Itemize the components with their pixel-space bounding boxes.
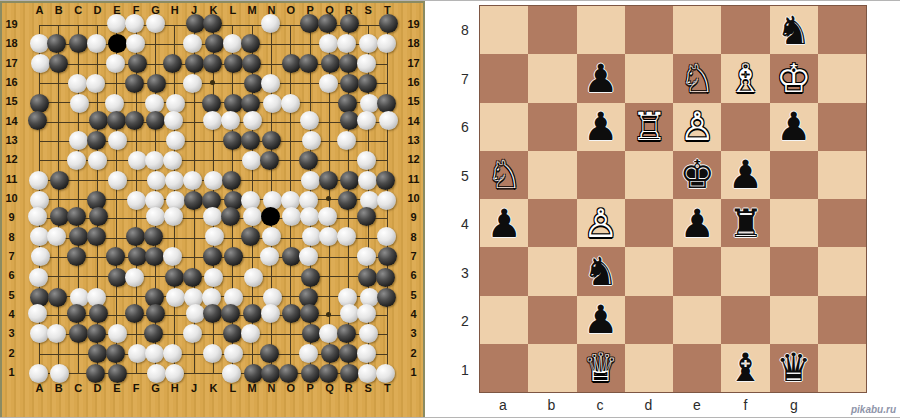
go-row-label: 6 bbox=[3, 269, 20, 282]
go-stone-white bbox=[163, 151, 182, 170]
chess-square-b3 bbox=[528, 247, 576, 295]
chess-board-panel: ♞♟♘♗♔♟♖♙♟♘♚♟♟♙♟♜♞♟♕♝♛ 87654321 abcdefg p… bbox=[425, 1, 900, 418]
chess-square-g3 bbox=[770, 247, 818, 295]
chess-piece-white-p: ♙ bbox=[583, 204, 618, 243]
chess-piece-black-k: ♚ bbox=[680, 155, 715, 194]
go-stone-white bbox=[300, 111, 319, 130]
star-point-icon bbox=[326, 196, 331, 201]
chess-square-d4 bbox=[625, 199, 673, 247]
go-stone-white bbox=[128, 344, 147, 363]
chess-piece-white-p: ♙ bbox=[680, 107, 715, 146]
go-row-label: 1 bbox=[3, 366, 20, 379]
go-stone-white bbox=[204, 171, 223, 190]
go-stone-white bbox=[357, 304, 376, 323]
go-stone-black bbox=[125, 74, 144, 93]
go-stone-black bbox=[282, 304, 301, 323]
go-stone-black bbox=[108, 268, 127, 287]
chess-square-h7 bbox=[818, 54, 866, 102]
go-stone-white bbox=[166, 288, 185, 307]
chess-square-d7 bbox=[625, 54, 673, 102]
go-stone-black bbox=[67, 207, 86, 226]
chess-square-e4: ♟ bbox=[673, 199, 721, 247]
chess-square-d5 bbox=[625, 151, 673, 199]
go-row-label: 5 bbox=[3, 289, 20, 302]
chess-file-label: c bbox=[576, 397, 624, 413]
chess-square-h4 bbox=[818, 199, 866, 247]
chess-piece-black-p: ♟ bbox=[680, 204, 715, 243]
go-stone-black bbox=[261, 364, 280, 383]
go-stone-black bbox=[107, 111, 126, 130]
go-stone-black bbox=[203, 14, 222, 33]
go-stone-black-marked bbox=[261, 207, 280, 226]
go-stone-white bbox=[203, 111, 222, 130]
go-stone-white bbox=[108, 171, 127, 190]
go-stone-white bbox=[87, 34, 106, 53]
chess-rank-label: 8 bbox=[455, 22, 475, 38]
chess-piece-black-p: ♟ bbox=[487, 204, 522, 243]
go-stone-white bbox=[340, 304, 359, 323]
go-stone-white bbox=[29, 268, 48, 287]
go-stone-black bbox=[163, 54, 182, 73]
chess-square-h6 bbox=[818, 103, 866, 151]
chess-file-label: d bbox=[625, 397, 673, 413]
go-stone-black bbox=[89, 111, 108, 130]
chess-rank-label: 7 bbox=[455, 71, 475, 87]
go-column-label: R bbox=[340, 382, 357, 395]
go-stone-white bbox=[146, 207, 165, 226]
go-stone-black bbox=[49, 54, 68, 73]
go-stone-white bbox=[163, 247, 182, 266]
go-column-label: M bbox=[244, 4, 261, 17]
chess-rank-label: 5 bbox=[455, 168, 475, 184]
chess-rank-label: 4 bbox=[455, 216, 475, 232]
go-stone-black bbox=[89, 207, 108, 226]
chess-square-g1: ♛ bbox=[770, 344, 818, 392]
go-stone-white bbox=[337, 131, 356, 150]
go-stone-white bbox=[282, 207, 301, 226]
go-stone-white bbox=[337, 227, 356, 246]
chess-piece-black-b: ♝ bbox=[728, 348, 763, 387]
go-stone-black bbox=[86, 364, 105, 383]
chess-square-c2: ♟ bbox=[577, 296, 625, 344]
go-stone-white bbox=[86, 74, 105, 93]
go-stone-black bbox=[241, 227, 260, 246]
go-stone-white bbox=[319, 324, 338, 343]
go-stone-black bbox=[224, 54, 243, 73]
go-stone-white bbox=[183, 74, 202, 93]
chess-square-a7 bbox=[480, 54, 528, 102]
go-stone-black bbox=[69, 34, 88, 53]
go-column-label: O bbox=[282, 4, 299, 17]
go-stone-black bbox=[321, 54, 340, 73]
chess-piece-black-p: ♟ bbox=[583, 107, 618, 146]
go-stone-white bbox=[359, 324, 378, 343]
go-stone-white bbox=[147, 364, 166, 383]
go-stone-black bbox=[318, 14, 337, 33]
chess-piece-black-p: ♟ bbox=[583, 59, 618, 98]
chess-square-a3 bbox=[480, 247, 528, 295]
go-stone-white bbox=[186, 304, 205, 323]
go-row-label: 18 bbox=[405, 37, 422, 50]
go-stone-black bbox=[300, 14, 319, 33]
go-stone-black bbox=[260, 344, 279, 363]
go-stone-black bbox=[224, 247, 243, 266]
go-column-label: K bbox=[205, 382, 222, 395]
go-stone-white bbox=[318, 207, 337, 226]
go-stone-black bbox=[146, 304, 165, 323]
chess-square-g8: ♞ bbox=[770, 6, 818, 54]
chess-board: ♞♟♘♗♔♟♖♙♟♘♚♟♟♙♟♜♞♟♕♝♛ bbox=[479, 5, 867, 393]
chess-square-a5: ♘ bbox=[480, 151, 528, 199]
go-row-label: 15 bbox=[405, 95, 422, 108]
go-stone-white bbox=[29, 171, 48, 190]
go-stone-white bbox=[357, 54, 376, 73]
go-stone-white bbox=[30, 34, 49, 53]
go-stone-black bbox=[338, 191, 357, 210]
go-stone-white bbox=[28, 207, 47, 226]
chess-square-b7 bbox=[528, 54, 576, 102]
go-stone-black bbox=[358, 268, 377, 287]
go-row-label: 17 bbox=[3, 57, 20, 70]
go-stone-white bbox=[299, 247, 318, 266]
go-column-label: S bbox=[360, 382, 377, 395]
go-stone-black bbox=[144, 324, 163, 343]
chess-square-f5: ♟ bbox=[721, 151, 769, 199]
go-row-label: 18 bbox=[3, 37, 20, 50]
go-stone-black bbox=[299, 54, 318, 73]
chess-square-g6: ♟ bbox=[770, 103, 818, 151]
go-board-panel: AABBCCDDEEFFGGHHJJKKLLMMNNOOPPQQRRSSTT19… bbox=[0, 1, 425, 418]
go-row-label: 7 bbox=[3, 250, 20, 263]
go-stone-black bbox=[321, 344, 340, 363]
go-stone-white bbox=[358, 171, 377, 190]
chess-piece-black-p: ♟ bbox=[728, 155, 763, 194]
go-stone-black-marked bbox=[108, 34, 127, 53]
go-stone-white bbox=[147, 171, 166, 190]
go-stone-white bbox=[224, 344, 243, 363]
chess-square-e3 bbox=[673, 247, 721, 295]
go-stone-black bbox=[340, 74, 359, 93]
chess-square-f8 bbox=[721, 6, 769, 54]
go-stone-white bbox=[357, 111, 376, 130]
go-stone-black bbox=[87, 131, 106, 150]
chess-square-f1: ♝ bbox=[721, 344, 769, 392]
go-stone-white bbox=[242, 151, 261, 170]
go-row-label: 12 bbox=[3, 153, 20, 166]
chess-square-h3 bbox=[818, 247, 866, 295]
chess-piece-black-n: ♞ bbox=[583, 252, 618, 291]
go-stone-white bbox=[379, 111, 398, 130]
go-stone-white bbox=[205, 227, 224, 246]
go-stone-black bbox=[106, 344, 125, 363]
go-stone-black bbox=[185, 54, 204, 73]
go-stone-black bbox=[223, 324, 242, 343]
go-stone-black bbox=[147, 74, 166, 93]
go-row-label: 1 bbox=[405, 366, 422, 379]
go-column-label: G bbox=[147, 382, 164, 395]
chess-piece-black-p: ♟ bbox=[583, 300, 618, 339]
go-stone-white bbox=[243, 207, 262, 226]
go-stone-white bbox=[281, 94, 300, 113]
go-stone-white bbox=[260, 247, 279, 266]
go-row-label: 14 bbox=[405, 115, 422, 128]
chess-square-g5 bbox=[770, 151, 818, 199]
star-point-icon bbox=[210, 80, 215, 85]
go-stone-white bbox=[146, 14, 165, 33]
go-stone-white bbox=[377, 34, 396, 53]
go-stone-black bbox=[319, 364, 338, 383]
go-row-label: 5 bbox=[405, 289, 422, 302]
chess-square-b8 bbox=[528, 6, 576, 54]
chess-file-label: g bbox=[770, 397, 818, 413]
go-stone-black bbox=[48, 288, 67, 307]
go-stone-white bbox=[166, 131, 185, 150]
go-stone-white bbox=[145, 344, 164, 363]
go-stone-white bbox=[128, 151, 147, 170]
go-stone-black bbox=[302, 324, 321, 343]
go-stone-white bbox=[319, 227, 338, 246]
go-stone-black bbox=[339, 54, 358, 73]
go-column-label: D bbox=[89, 382, 106, 395]
go-stone-white bbox=[243, 111, 262, 130]
go-stone-black bbox=[260, 151, 279, 170]
go-row-label: 4 bbox=[405, 308, 422, 321]
go-stone-white bbox=[47, 324, 66, 343]
go-row-label: 8 bbox=[3, 231, 20, 244]
go-stone-white bbox=[204, 268, 223, 287]
go-stone-black bbox=[358, 74, 377, 93]
go-stone-black bbox=[87, 227, 106, 246]
go-row-label: 14 bbox=[3, 115, 20, 128]
go-stone-white bbox=[164, 111, 183, 130]
chess-square-h8 bbox=[818, 6, 866, 54]
go-stone-black bbox=[379, 14, 398, 33]
go-stone-white bbox=[165, 171, 184, 190]
go-stone-black bbox=[221, 304, 240, 323]
go-stone-black bbox=[301, 268, 320, 287]
go-stone-black bbox=[128, 54, 147, 73]
chess-square-g4 bbox=[770, 199, 818, 247]
chess-square-c7: ♟ bbox=[577, 54, 625, 102]
go-stone-black bbox=[146, 111, 165, 130]
go-row-label: 19 bbox=[3, 18, 20, 31]
chess-piece-white-n: ♘ bbox=[680, 59, 715, 98]
go-stone-white bbox=[126, 34, 145, 53]
go-stone-black bbox=[67, 304, 86, 323]
go-stone-black bbox=[125, 304, 144, 323]
chess-rank-label: 2 bbox=[455, 313, 475, 329]
go-column-label: H bbox=[166, 4, 183, 17]
star-point-icon bbox=[326, 312, 331, 317]
go-stone-black bbox=[223, 131, 242, 150]
go-stone-white bbox=[302, 131, 321, 150]
go-stone-white bbox=[106, 54, 125, 73]
go-column-label: B bbox=[50, 382, 67, 395]
go-stone-black bbox=[47, 34, 66, 53]
chess-square-g7: ♔ bbox=[770, 54, 818, 102]
go-stone-black bbox=[128, 247, 147, 266]
go-stone-white bbox=[301, 171, 320, 190]
chess-square-f6 bbox=[721, 103, 769, 151]
go-stone-white bbox=[337, 34, 356, 53]
go-stone-white bbox=[67, 151, 86, 170]
go-stone-black bbox=[377, 288, 396, 307]
chess-piece-black-n: ♞ bbox=[776, 11, 811, 50]
go-column-label: M bbox=[244, 382, 261, 395]
go-stone-white bbox=[125, 14, 144, 33]
go-column-label: A bbox=[31, 4, 48, 17]
go-stone-white bbox=[127, 191, 146, 210]
go-stone-black bbox=[340, 111, 359, 130]
go-stone-white bbox=[261, 74, 280, 93]
go-stone-white bbox=[222, 364, 241, 383]
chess-square-f7: ♗ bbox=[721, 54, 769, 102]
go-stone-white bbox=[28, 304, 47, 323]
chess-rank-label: 3 bbox=[455, 265, 475, 281]
go-column-label: F bbox=[128, 382, 145, 395]
go-stone-black bbox=[262, 131, 281, 150]
go-stone-white bbox=[357, 344, 376, 363]
chess-square-a2 bbox=[480, 296, 528, 344]
go-stone-black bbox=[165, 268, 184, 287]
go-stone-white bbox=[50, 364, 69, 383]
go-stone-black bbox=[28, 111, 47, 130]
go-stone-white bbox=[376, 364, 395, 383]
go-stone-black bbox=[50, 207, 69, 226]
go-stone-white bbox=[300, 207, 319, 226]
chess-square-d3 bbox=[625, 247, 673, 295]
go-stone-white bbox=[358, 364, 377, 383]
go-row-label: 7 bbox=[405, 250, 422, 263]
go-stone-black bbox=[301, 364, 320, 383]
go-stone-white bbox=[29, 364, 48, 383]
go-stone-black bbox=[241, 131, 260, 150]
go-stone-white bbox=[31, 247, 50, 266]
chess-square-h5 bbox=[818, 151, 866, 199]
go-stone-white bbox=[223, 34, 242, 53]
go-stone-black bbox=[108, 364, 127, 383]
go-stone-black bbox=[244, 74, 263, 93]
go-stone-white bbox=[377, 227, 396, 246]
go-row-label: 16 bbox=[405, 76, 422, 89]
go-row-label: 2 bbox=[3, 347, 20, 360]
go-stone-black bbox=[205, 34, 224, 53]
go-stone-black bbox=[67, 247, 86, 266]
go-row-label: 6 bbox=[405, 269, 422, 282]
chess-square-c6: ♟ bbox=[577, 103, 625, 151]
go-column-label: T bbox=[379, 382, 396, 395]
chess-square-f2 bbox=[721, 296, 769, 344]
go-stone-black bbox=[340, 171, 359, 190]
chess-square-d1 bbox=[625, 344, 673, 392]
chess-piece-white-k: ♔ bbox=[776, 59, 811, 98]
go-column-label: P bbox=[302, 382, 319, 395]
go-row-label: 12 bbox=[405, 153, 422, 166]
chess-square-b2 bbox=[528, 296, 576, 344]
go-stone-white bbox=[125, 268, 144, 287]
go-stone-black bbox=[376, 268, 395, 287]
chess-file-label: a bbox=[479, 397, 527, 413]
go-stone-white bbox=[145, 151, 164, 170]
go-stone-white bbox=[30, 324, 49, 343]
go-stone-white bbox=[359, 34, 378, 53]
go-row-label: 16 bbox=[3, 76, 20, 89]
go-column-label: A bbox=[31, 382, 48, 395]
go-row-label: 9 bbox=[3, 211, 20, 224]
go-column-label: B bbox=[50, 4, 67, 17]
chess-piece-black-q: ♛ bbox=[776, 348, 811, 387]
go-row-label: 2 bbox=[405, 347, 422, 360]
chess-square-e5: ♚ bbox=[673, 151, 721, 199]
go-row-label: 3 bbox=[405, 327, 422, 340]
go-stone-white bbox=[88, 151, 107, 170]
go-stone-white bbox=[302, 227, 321, 246]
go-stone-black bbox=[125, 111, 144, 130]
go-stone-black bbox=[279, 364, 298, 383]
go-stone-black bbox=[50, 171, 69, 190]
go-stone-black bbox=[337, 324, 356, 343]
go-column-label: C bbox=[70, 382, 87, 395]
go-stone-white bbox=[108, 324, 127, 343]
go-stone-black bbox=[376, 171, 395, 190]
chess-square-b1 bbox=[528, 344, 576, 392]
go-stone-white bbox=[357, 151, 376, 170]
go-stone-black bbox=[282, 54, 301, 73]
chess-square-e1 bbox=[673, 344, 721, 392]
go-stone-black bbox=[299, 151, 318, 170]
chess-square-a4: ♟ bbox=[480, 199, 528, 247]
go-row-label: 17 bbox=[405, 57, 422, 70]
chess-square-c5 bbox=[577, 151, 625, 199]
go-stone-white bbox=[164, 207, 183, 226]
go-stone-black bbox=[203, 304, 222, 323]
chess-square-a6 bbox=[480, 103, 528, 151]
chess-piece-white-n: ♘ bbox=[487, 155, 522, 194]
go-stone-black bbox=[126, 227, 145, 246]
go-row-label: 13 bbox=[405, 134, 422, 147]
chess-piece-white-r: ♖ bbox=[631, 107, 666, 146]
go-stone-black bbox=[282, 247, 301, 266]
chess-square-b4 bbox=[528, 199, 576, 247]
go-column-label: H bbox=[166, 382, 183, 395]
go-stone-white bbox=[183, 34, 202, 53]
go-stone-black bbox=[242, 54, 261, 73]
go-stone-black bbox=[319, 171, 338, 190]
go-stone-black bbox=[145, 247, 164, 266]
go-stone-black bbox=[203, 54, 222, 73]
go-row-label: 3 bbox=[3, 327, 20, 340]
go-column-label: Q bbox=[321, 382, 338, 395]
go-stone-white bbox=[299, 344, 318, 363]
go-column-label: N bbox=[263, 382, 280, 395]
go-stone-black bbox=[222, 171, 241, 190]
go-stone-white bbox=[263, 94, 282, 113]
go-stone-white bbox=[30, 227, 49, 246]
go-stone-white bbox=[261, 304, 280, 323]
go-stone-black bbox=[186, 14, 205, 33]
chess-square-g2 bbox=[770, 296, 818, 344]
chess-piece-black-p: ♟ bbox=[776, 107, 811, 146]
chess-rank-label: 6 bbox=[455, 119, 475, 135]
go-stone-black bbox=[87, 324, 106, 343]
screenshot-page: AABBCCDDEEFFGGHHJJKKLLMMNNOOPPQQRRSSTT19… bbox=[0, 0, 900, 418]
go-stone-white bbox=[377, 191, 396, 210]
go-column-label: L bbox=[224, 382, 241, 395]
chess-square-e8 bbox=[673, 6, 721, 54]
chess-square-e7: ♘ bbox=[673, 54, 721, 102]
go-stone-white bbox=[244, 268, 263, 287]
go-stone-white bbox=[319, 34, 338, 53]
